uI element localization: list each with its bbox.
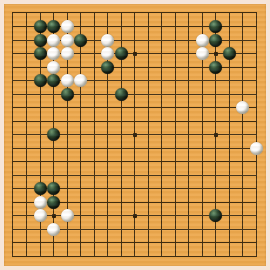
hoshi-point bbox=[214, 133, 218, 137]
hoshi-point bbox=[133, 214, 137, 218]
hoshi-point bbox=[214, 52, 218, 56]
grid-line-vertical bbox=[242, 13, 243, 256]
hoshi-point bbox=[133, 52, 137, 56]
grid-line-vertical bbox=[148, 13, 149, 256]
go-app-window bbox=[0, 0, 270, 270]
black-stone bbox=[115, 88, 128, 101]
hoshi-point bbox=[52, 214, 56, 218]
black-stone bbox=[61, 88, 74, 101]
grid-line-horizontal bbox=[13, 175, 256, 176]
hoshi-point bbox=[133, 133, 137, 137]
white-stone bbox=[34, 196, 47, 209]
black-stone bbox=[34, 34, 47, 47]
grid-line-vertical bbox=[161, 13, 162, 256]
white-stone bbox=[250, 142, 263, 155]
grid-line-horizontal bbox=[13, 242, 256, 243]
white-stone bbox=[196, 34, 209, 47]
grid-line-vertical bbox=[188, 13, 189, 256]
grid-line-horizontal bbox=[13, 148, 256, 149]
grid-line-horizontal bbox=[13, 161, 256, 162]
grid-line-vertical bbox=[175, 13, 176, 256]
go-board[interactable] bbox=[4, 4, 266, 266]
white-stone bbox=[61, 34, 74, 47]
